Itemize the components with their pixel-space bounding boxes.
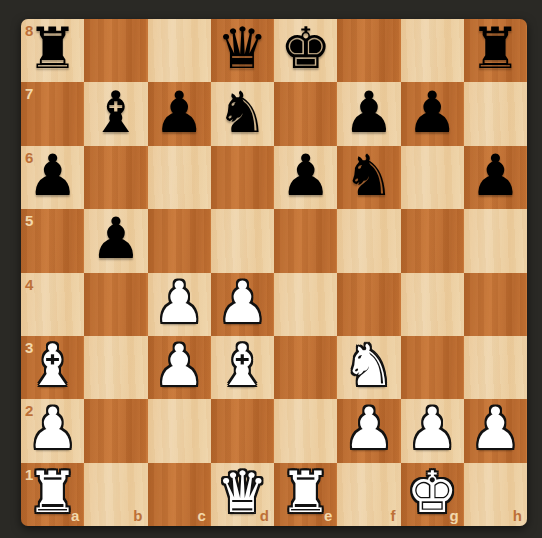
square-a7[interactable]: 7 [21,82,84,145]
square-d3[interactable]: ♝ [211,336,274,399]
piece-white-bishop[interactable]: ♝ [27,337,78,394]
square-h7[interactable] [464,82,527,145]
square-g1[interactable]: g♚ [401,463,464,526]
square-e8[interactable]: ♚ [274,19,337,82]
square-g8[interactable] [401,19,464,82]
square-e1[interactable]: e♜ [274,463,337,526]
piece-black-pawn[interactable]: ♟ [280,147,331,204]
app-background: 8♜♛♚♜7♝♟♞♟♟6♟♟♞♟5♟4♟♟3♝♟♝♞2♟♟♟♟1a♜bcd♛e♜… [0,0,542,538]
square-g4[interactable] [401,273,464,336]
square-d6[interactable] [211,146,274,209]
square-g7[interactable]: ♟ [401,82,464,145]
piece-black-king[interactable]: ♚ [280,20,331,77]
square-b1[interactable]: b [84,463,147,526]
piece-black-knight[interactable]: ♞ [343,147,394,204]
square-d1[interactable]: d♛ [211,463,274,526]
square-h1[interactable]: h [464,463,527,526]
square-c1[interactable]: c [148,463,211,526]
file-label-b: b [133,507,142,524]
square-f7[interactable]: ♟ [337,82,400,145]
square-a6[interactable]: 6♟ [21,146,84,209]
square-f6[interactable]: ♞ [337,146,400,209]
piece-white-bishop[interactable]: ♝ [217,337,268,394]
square-b8[interactable] [84,19,147,82]
square-h3[interactable] [464,336,527,399]
square-b3[interactable] [84,336,147,399]
square-e2[interactable] [274,399,337,462]
piece-white-rook[interactable]: ♜ [280,464,331,521]
square-f1[interactable]: f [337,463,400,526]
piece-black-queen[interactable]: ♛ [217,20,268,77]
square-h6[interactable]: ♟ [464,146,527,209]
piece-white-pawn[interactable]: ♟ [154,274,205,331]
square-e5[interactable] [274,209,337,272]
square-f3[interactable]: ♞ [337,336,400,399]
square-d7[interactable]: ♞ [211,82,274,145]
square-b7[interactable]: ♝ [84,82,147,145]
square-h8[interactable]: ♜ [464,19,527,82]
chess-board[interactable]: 8♜♛♚♜7♝♟♞♟♟6♟♟♞♟5♟4♟♟3♝♟♝♞2♟♟♟♟1a♜bcd♛e♜… [21,19,527,526]
square-f2[interactable]: ♟ [337,399,400,462]
square-d5[interactable] [211,209,274,272]
square-c4[interactable]: ♟ [148,273,211,336]
piece-white-rook[interactable]: ♜ [27,464,78,521]
rank-label-7: 7 [25,85,33,102]
file-label-f: f [391,507,396,524]
piece-black-pawn[interactable]: ♟ [470,147,521,204]
square-c2[interactable] [148,399,211,462]
square-e6[interactable]: ♟ [274,146,337,209]
piece-black-pawn[interactable]: ♟ [90,210,141,267]
square-e7[interactable] [274,82,337,145]
piece-white-pawn[interactable]: ♟ [217,274,268,331]
square-f5[interactable] [337,209,400,272]
file-label-h: h [513,507,522,524]
piece-white-pawn[interactable]: ♟ [154,337,205,394]
square-e4[interactable] [274,273,337,336]
square-a1[interactable]: 1a♜ [21,463,84,526]
square-c7[interactable]: ♟ [148,82,211,145]
square-a8[interactable]: 8♜ [21,19,84,82]
square-d2[interactable] [211,399,274,462]
piece-white-pawn[interactable]: ♟ [27,400,78,457]
square-c8[interactable] [148,19,211,82]
piece-black-pawn[interactable]: ♟ [407,84,458,141]
piece-white-king[interactable]: ♚ [407,464,458,521]
piece-black-pawn[interactable]: ♟ [343,84,394,141]
square-b6[interactable] [84,146,147,209]
rank-label-5: 5 [25,212,33,229]
piece-black-knight[interactable]: ♞ [217,84,268,141]
rank-label-4: 4 [25,276,33,293]
square-b2[interactable] [84,399,147,462]
piece-white-knight[interactable]: ♞ [343,337,394,394]
square-h4[interactable] [464,273,527,336]
square-e3[interactable] [274,336,337,399]
square-f8[interactable] [337,19,400,82]
square-a5[interactable]: 5 [21,209,84,272]
square-d8[interactable]: ♛ [211,19,274,82]
square-c6[interactable] [148,146,211,209]
square-h5[interactable] [464,209,527,272]
piece-black-bishop[interactable]: ♝ [90,84,141,141]
square-d4[interactable]: ♟ [211,273,274,336]
piece-white-pawn[interactable]: ♟ [470,400,521,457]
piece-black-pawn[interactable]: ♟ [154,84,205,141]
square-h2[interactable]: ♟ [464,399,527,462]
square-b4[interactable] [84,273,147,336]
square-g3[interactable] [401,336,464,399]
piece-white-pawn[interactable]: ♟ [407,400,458,457]
square-a3[interactable]: 3♝ [21,336,84,399]
square-g6[interactable] [401,146,464,209]
square-c3[interactable]: ♟ [148,336,211,399]
piece-black-rook[interactable]: ♜ [470,20,521,77]
square-f4[interactable] [337,273,400,336]
square-a4[interactable]: 4 [21,273,84,336]
piece-black-pawn[interactable]: ♟ [27,147,78,204]
square-g2[interactable]: ♟ [401,399,464,462]
piece-white-pawn[interactable]: ♟ [343,400,394,457]
piece-white-queen[interactable]: ♛ [217,464,268,521]
square-g5[interactable] [401,209,464,272]
piece-black-rook[interactable]: ♜ [27,20,78,77]
square-a2[interactable]: 2♟ [21,399,84,462]
square-b5[interactable]: ♟ [84,209,147,272]
square-c5[interactable] [148,209,211,272]
file-label-c: c [197,507,205,524]
